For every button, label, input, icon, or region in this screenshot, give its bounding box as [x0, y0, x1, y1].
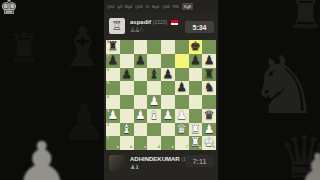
square-a3[interactable]: 3♟	[106, 109, 120, 123]
square-f1[interactable]: f	[175, 136, 189, 150]
piece-white-pawn-a3[interactable]: ♟	[106, 109, 120, 123]
square-h7[interactable]: ♟	[202, 54, 216, 68]
square-g7[interactable]: ♟	[189, 54, 203, 68]
piece-black-pawn-c7[interactable]: ♟	[134, 54, 148, 68]
bg-dark-rook-left-icon: ♜	[6, 28, 42, 68]
bottom-player-avatar[interactable]	[109, 155, 125, 171]
square-a1[interactable]: 1a	[106, 136, 120, 150]
piece-black-bishop-d6[interactable]: ♝	[147, 68, 161, 82]
bottom-player-clock: 7:11	[185, 155, 214, 167]
chess-board[interactable]: 8♜♚7♟♟♟♟6♟♝♟♜5♟♞4♟3♟♟♝♟♟♛2♝♛♜♟1abcdefg♜h…	[106, 40, 216, 150]
square-e2[interactable]	[161, 123, 175, 137]
file-label-b: b	[130, 146, 132, 150]
piece-black-pawn-g7[interactable]: ♟	[189, 54, 203, 68]
square-f8[interactable]	[175, 40, 189, 54]
square-f6[interactable]	[175, 68, 189, 82]
square-e1[interactable]: e	[161, 136, 175, 150]
top-player-name-line: aspadif (1520)	[130, 19, 178, 25]
square-a6[interactable]: 6	[106, 68, 120, 82]
piece-white-pawn-d4[interactable]: ♟	[147, 95, 161, 109]
rank-label-1: 1	[107, 137, 109, 141]
square-d4[interactable]: ♟	[147, 95, 161, 109]
square-f7[interactable]	[175, 54, 189, 68]
square-h6[interactable]: ♜	[202, 68, 216, 82]
bg-dark-rook-top-right-icon: ♜	[286, 0, 320, 35]
square-d1[interactable]: d	[147, 136, 161, 150]
square-a8[interactable]: 8♜	[106, 40, 120, 54]
square-e3[interactable]: ♟	[161, 109, 175, 123]
piece-white-bishop-d3[interactable]: ♝	[147, 109, 161, 123]
top-player-avatar[interactable]: ♖	[109, 18, 125, 34]
square-e7[interactable]	[161, 54, 175, 68]
move-token[interactable]: f5	[146, 4, 149, 9]
top-player-rating: (1520)	[153, 19, 167, 25]
piece-white-pawn-h2[interactable]: ♟	[202, 123, 216, 137]
square-c4[interactable]	[134, 95, 148, 109]
square-d3[interactable]: ♝	[147, 109, 161, 123]
square-a4[interactable]: 4	[106, 95, 120, 109]
square-d5[interactable]	[147, 81, 161, 95]
square-h3[interactable]: ♛	[202, 109, 216, 123]
piece-white-pawn-e3[interactable]: ♟	[161, 109, 175, 123]
square-g5[interactable]	[189, 81, 203, 95]
top-player-row: ♖ aspadif (1520) ♙♙♘ 5:34	[104, 14, 218, 39]
move-token[interactable]: Rf6	[173, 4, 179, 9]
rank-label-4: 4	[107, 96, 109, 100]
move-token[interactable]: Bg4	[152, 4, 159, 9]
file-label-a: a	[117, 146, 119, 150]
square-b2[interactable]: ♝	[120, 123, 134, 137]
square-b6[interactable]: ♟	[120, 68, 134, 82]
piece-white-queen-f2[interactable]: ♛	[175, 123, 189, 137]
square-c5[interactable]	[134, 81, 148, 95]
piece-black-queen-h3[interactable]: ♛	[202, 109, 216, 123]
move-token[interactable]: g3	[118, 4, 122, 9]
top-player-name[interactable]: aspadif	[130, 19, 151, 25]
square-f3[interactable]: ♟	[175, 109, 189, 123]
square-c3[interactable]: ♟	[134, 109, 148, 123]
square-b4[interactable]	[120, 95, 134, 109]
move-token[interactable]: Bg4	[125, 4, 132, 9]
video-frame: ♚♜♝♟♟♜♞♛♟ Qh4g3Bg4Qd3f5Bg4Qd4Rf6Kg8 ♖ as…	[0, 0, 320, 180]
square-d6[interactable]: ♝	[147, 68, 161, 82]
square-b7[interactable]	[120, 54, 134, 68]
square-h2[interactable]: ♟	[202, 123, 216, 137]
bottom-player-row: ADHINDEKUMAR (1514) ♟♝ 7:11	[104, 151, 218, 180]
piece-black-knight-h5[interactable]: ♞	[202, 81, 216, 95]
bg-light-pawn-bottom-left-icon: ♟	[14, 134, 70, 180]
file-label-e: e	[172, 146, 174, 150]
move-token[interactable]: Qd4	[162, 4, 170, 9]
square-b5[interactable]	[120, 81, 134, 95]
rook-avatar-icon: ♖	[112, 20, 123, 32]
game-screen: Qh4g3Bg4Qd3f5Bg4Qd4Rf6Kg8 ♖ aspadif (152…	[104, 0, 218, 180]
move-token[interactable]: Qh4	[107, 4, 115, 9]
piece-white-pawn-c3[interactable]: ♟	[134, 109, 148, 123]
square-a5[interactable]: 5	[106, 81, 120, 95]
piece-black-pawn-f5[interactable]: ♟	[175, 81, 189, 95]
square-c7[interactable]: ♟	[134, 54, 148, 68]
square-a7[interactable]: 7♟	[106, 54, 120, 68]
file-label-f: f	[186, 146, 187, 150]
top-player-flag-icon	[171, 20, 178, 25]
top-player-captured-pieces: ♙♙♘	[130, 27, 143, 33]
square-a2[interactable]: 2	[106, 123, 120, 137]
square-g3[interactable]	[189, 109, 203, 123]
piece-white-bishop-b2[interactable]: ♝	[120, 123, 134, 137]
rank-label-6: 6	[107, 69, 109, 73]
bg-light-pawn-bottom-right-icon: ♟	[298, 148, 320, 180]
square-g6[interactable]	[189, 68, 203, 82]
move-token[interactable]: Kg8	[182, 3, 193, 10]
square-c1[interactable]: c	[134, 136, 148, 150]
piece-black-pawn-a7[interactable]: ♟	[106, 54, 120, 68]
square-b8[interactable]	[120, 40, 134, 54]
square-f2[interactable]: ♛	[175, 123, 189, 137]
square-e4[interactable]	[161, 95, 175, 109]
square-c6[interactable]	[134, 68, 148, 82]
square-f5[interactable]: ♟	[175, 81, 189, 95]
bg-dark-bishop-left-icon: ♝	[58, 20, 107, 75]
square-h1[interactable]: h♚	[202, 136, 216, 150]
piece-black-pawn-b6[interactable]: ♟	[120, 68, 134, 82]
square-g1[interactable]: g♜	[189, 136, 203, 150]
piece-white-rook-g1[interactable]: ♜	[189, 136, 203, 150]
square-b1[interactable]: b	[120, 136, 134, 150]
square-e6[interactable]: ♟	[161, 68, 175, 82]
square-h4[interactable]	[202, 95, 216, 109]
square-g2[interactable]: ♜	[189, 123, 203, 137]
square-e8[interactable]	[161, 40, 175, 54]
bg-white-king-top-left-icon: ♚	[0, 0, 18, 17]
rank-label-2: 2	[107, 124, 109, 128]
move-token[interactable]: Qd3	[135, 4, 143, 9]
square-h8[interactable]	[202, 40, 216, 54]
piece-white-king-h1[interactable]: ♚	[202, 136, 216, 150]
square-c2[interactable]	[134, 123, 148, 137]
square-g8[interactable]: ♚	[189, 40, 203, 54]
square-d7[interactable]	[147, 54, 161, 68]
bg-dark-knight-right-icon: ♞	[248, 46, 320, 126]
file-label-c: c	[144, 146, 146, 150]
square-d8[interactable]	[147, 40, 161, 54]
move-bar: Qh4g3Bg4Qd3f5Bg4Qd4Rf6Kg8	[104, 0, 218, 13]
square-g4[interactable]	[189, 95, 203, 109]
square-b3[interactable]	[120, 109, 134, 123]
file-label-d: d	[158, 146, 160, 150]
square-e5[interactable]	[161, 81, 175, 95]
square-f4[interactable]	[175, 95, 189, 109]
square-h5[interactable]: ♞	[202, 81, 216, 95]
piece-black-king-g8[interactable]: ♚	[189, 40, 203, 54]
piece-black-rook-a8[interactable]: ♜	[106, 40, 120, 54]
piece-black-rook-h6[interactable]: ♜	[202, 68, 216, 82]
square-c8[interactable]	[134, 40, 148, 54]
piece-white-pawn-f3[interactable]: ♟	[175, 109, 189, 123]
bottom-player-name[interactable]: ADHINDEKUMAR	[130, 156, 180, 162]
piece-black-pawn-e6[interactable]: ♟	[161, 68, 175, 82]
piece-white-rook-g2[interactable]: ♜	[189, 123, 203, 137]
piece-black-pawn-h7[interactable]: ♟	[202, 54, 216, 68]
square-d2[interactable]	[147, 123, 161, 137]
bottom-player-captured-pieces: ♟♝	[130, 164, 139, 170]
top-player-clock: 5:34	[185, 21, 214, 33]
rank-label-5: 5	[107, 82, 109, 86]
